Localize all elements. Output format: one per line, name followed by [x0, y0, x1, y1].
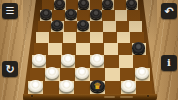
board-row [38, 21, 142, 32]
board-row [34, 43, 146, 55]
square-r7c4[interactable] [75, 68, 90, 81]
square-r7c3[interactable] [60, 68, 75, 81]
square-r1c4[interactable] [78, 0, 90, 10]
black-piece[interactable] [132, 42, 145, 53]
square-r1c2[interactable] [54, 0, 66, 10]
black-piece[interactable] [40, 9, 52, 19]
square-r8c4[interactable] [74, 81, 90, 95]
undo-button[interactable]: ↶ [161, 3, 177, 19]
square-r8c8[interactable] [136, 81, 152, 95]
square-r7c1[interactable] [30, 68, 45, 81]
square-r7c5[interactable] [90, 68, 105, 81]
square-r4c5[interactable] [90, 32, 104, 44]
square-r5c2[interactable] [48, 43, 62, 55]
board-edge-engraving [120, 96, 133, 98]
black-piece[interactable] [90, 9, 102, 19]
board-row [32, 55, 148, 68]
square-r3c5[interactable] [90, 21, 103, 32]
square-r8c6[interactable] [105, 81, 121, 95]
square-r3c8[interactable] [129, 21, 142, 32]
square-r7c6[interactable] [105, 68, 120, 81]
crown-icon: ♛ [90, 80, 105, 92]
square-r3c2[interactable] [51, 21, 64, 32]
square-r6c6[interactable] [104, 55, 119, 68]
black-piece[interactable] [126, 0, 137, 9]
board-edge-engraving [104, 96, 115, 98]
square-r6c3[interactable] [61, 55, 76, 68]
square-r3c1[interactable] [38, 21, 51, 32]
board-row [42, 0, 138, 10]
square-r2c1[interactable] [40, 10, 53, 21]
black-piece[interactable] [102, 0, 113, 9]
square-r1c6[interactable] [102, 0, 114, 10]
square-r1c8[interactable] [126, 0, 138, 10]
new-game-button[interactable]: ↻ [2, 61, 18, 77]
square-r2c4[interactable] [77, 10, 90, 21]
square-r6c5[interactable] [90, 55, 105, 68]
square-r8c7[interactable] [121, 81, 137, 95]
square-r6c2[interactable] [46, 55, 61, 68]
square-r2c6[interactable] [102, 10, 115, 21]
black-king-piece[interactable]: ♛ [90, 80, 105, 92]
square-r8c1[interactable] [28, 81, 44, 95]
white-piece[interactable] [135, 67, 149, 79]
checkers-board[interactable]: ♛ [0, 0, 178, 100]
undo-arrow-icon: ↶ [164, 6, 173, 17]
square-r2c7[interactable] [115, 10, 128, 21]
board-screw [147, 95, 149, 97]
white-piece[interactable] [90, 54, 104, 66]
square-r4c3[interactable] [63, 32, 77, 44]
square-r2c5[interactable] [90, 10, 103, 21]
board-row [36, 32, 144, 44]
black-piece[interactable] [77, 20, 89, 30]
square-r4c7[interactable] [117, 32, 131, 44]
square-r6c4[interactable] [75, 55, 90, 68]
square-r8c2[interactable] [43, 81, 59, 95]
square-r5c3[interactable] [62, 43, 76, 55]
square-r2c3[interactable] [65, 10, 78, 21]
board-row [40, 10, 140, 21]
white-piece[interactable] [28, 80, 43, 92]
square-r4c2[interactable] [49, 32, 63, 44]
menu-button[interactable]: ☰ [2, 3, 18, 19]
square-r2c8[interactable] [127, 10, 140, 21]
square-r5c7[interactable] [118, 43, 132, 55]
board-front-edge [23, 94, 157, 100]
black-piece[interactable] [65, 9, 77, 19]
white-piece[interactable] [61, 54, 75, 66]
square-r4c1[interactable] [36, 32, 50, 44]
white-piece[interactable] [75, 67, 89, 79]
info-icon: i [167, 58, 171, 68]
square-r5c8[interactable] [132, 43, 146, 55]
black-piece[interactable] [54, 0, 65, 9]
square-r7c8[interactable] [135, 68, 150, 81]
square-r3c4[interactable] [77, 21, 90, 32]
square-r4c6[interactable] [103, 32, 117, 44]
black-piece[interactable] [51, 20, 63, 30]
square-r6c7[interactable] [119, 55, 134, 68]
square-r5c1[interactable] [34, 43, 48, 55]
black-piece[interactable] [78, 0, 89, 9]
square-r5c5[interactable] [90, 43, 104, 55]
menu-icon: ☰ [6, 6, 15, 16]
info-button[interactable]: i [161, 55, 177, 71]
square-r2c2[interactable] [52, 10, 65, 21]
board-row: ♛ [28, 81, 152, 95]
square-r6c8[interactable] [133, 55, 148, 68]
square-r4c4[interactable] [76, 32, 90, 44]
square-r7c7[interactable] [120, 68, 135, 81]
square-r3c3[interactable] [64, 21, 77, 32]
square-r3c7[interactable] [116, 21, 129, 32]
square-r8c5[interactable]: ♛ [90, 81, 106, 95]
square-r5c4[interactable] [76, 43, 90, 55]
square-r8c3[interactable] [59, 81, 75, 95]
white-piece[interactable] [32, 54, 46, 66]
square-r7c2[interactable] [45, 68, 60, 81]
restart-icon: ↻ [5, 64, 14, 75]
board-row [30, 68, 150, 81]
square-r5c6[interactable] [104, 43, 118, 55]
white-piece[interactable] [45, 67, 59, 79]
white-piece[interactable] [121, 80, 136, 92]
square-r4c8[interactable] [130, 32, 144, 44]
square-r1c7[interactable] [114, 0, 126, 10]
board-screw [31, 95, 33, 97]
square-r6c1[interactable] [32, 55, 47, 68]
white-piece[interactable] [59, 80, 74, 92]
square-r3c6[interactable] [103, 21, 116, 32]
